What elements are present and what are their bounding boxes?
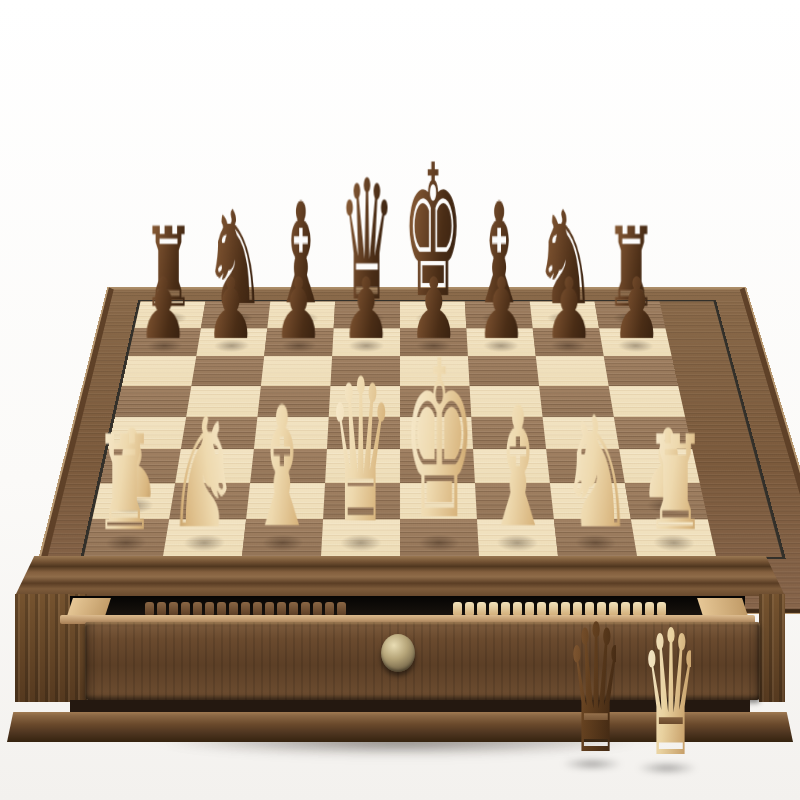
square-h1[interactable]: ♜ bbox=[631, 519, 716, 557]
stored-piece bbox=[537, 602, 546, 615]
dark-pawn-h7[interactable]: ♟ bbox=[612, 267, 662, 351]
stored-piece bbox=[501, 602, 510, 615]
dark-pawn-a7[interactable]: ♟ bbox=[138, 267, 188, 351]
case-right-post bbox=[759, 594, 785, 702]
stored-piece bbox=[241, 602, 250, 615]
dark-pawn-g7[interactable]: ♟ bbox=[544, 267, 594, 351]
stored-piece bbox=[205, 602, 214, 615]
stored-piece bbox=[145, 602, 154, 615]
drawer-runner-right bbox=[697, 598, 748, 616]
drawer-runner-left bbox=[67, 598, 111, 616]
light-king-e1[interactable]: ♚ bbox=[403, 333, 475, 550]
stored-piece bbox=[453, 602, 462, 615]
dark-pawn-f7[interactable]: ♟ bbox=[477, 267, 527, 351]
spare-dark-queen[interactable]: ♛ bbox=[566, 610, 616, 770]
chess-board[interactable]: ♜♞♝♛♚♝♞♜♟♟♟♟♟♟♟♟♟♟♜♞♝♛♚♝♞♜ bbox=[84, 301, 782, 557]
stored-piece bbox=[277, 602, 286, 615]
light-bishop-f1[interactable]: ♝ bbox=[485, 385, 551, 550]
spare-light-queen[interactable]: ♛ bbox=[641, 616, 691, 773]
square-b7[interactable]: ♟ bbox=[196, 328, 267, 356]
stored-piece bbox=[301, 602, 310, 615]
stored-piece bbox=[193, 602, 202, 615]
square-a7[interactable]: ♟ bbox=[128, 328, 201, 356]
drawer-knob[interactable] bbox=[381, 634, 415, 672]
stored-piece bbox=[313, 602, 322, 615]
stored-dark-pieces bbox=[145, 602, 346, 615]
stored-piece bbox=[229, 602, 238, 615]
product-photo: ♜♞♝♛♚♝♞♜♟♟♟♟♟♟♟♟♟♟♜♞♝♛♚♝♞♜ ♛ ♛ bbox=[0, 0, 800, 800]
light-bishop-c1[interactable]: ♝ bbox=[249, 385, 315, 550]
square-h7[interactable]: ♟ bbox=[599, 328, 672, 356]
stored-piece bbox=[169, 602, 178, 615]
stored-piece bbox=[549, 602, 558, 615]
light-knight-g1[interactable]: ♞ bbox=[560, 397, 633, 551]
stored-piece bbox=[477, 602, 486, 615]
stored-piece bbox=[217, 602, 226, 615]
square-a1[interactable]: ♜ bbox=[84, 519, 169, 557]
stored-piece bbox=[157, 602, 166, 615]
case-top-molding bbox=[15, 556, 785, 596]
dark-pawn-b7[interactable]: ♟ bbox=[206, 267, 256, 351]
square-h6[interactable] bbox=[604, 356, 678, 385]
board-inlay-line: ♜♞♝♛♚♝♞♜♟♟♟♟♟♟♟♟♟♟♜♞♝♛♚♝♞♜ bbox=[80, 300, 786, 558]
light-queen-d1[interactable]: ♛ bbox=[328, 352, 393, 550]
stored-piece bbox=[253, 602, 262, 615]
square-f1[interactable]: ♝ bbox=[477, 519, 558, 557]
stored-piece bbox=[525, 602, 534, 615]
square-g7[interactable]: ♟ bbox=[533, 328, 604, 356]
stored-piece bbox=[181, 602, 190, 615]
stored-piece bbox=[337, 602, 346, 615]
square-g1[interactable]: ♞ bbox=[554, 519, 637, 557]
square-c7[interactable]: ♟ bbox=[264, 328, 333, 356]
square-a6[interactable] bbox=[122, 356, 196, 385]
light-rook-a1[interactable]: ♜ bbox=[94, 419, 155, 550]
stored-piece bbox=[513, 602, 522, 615]
square-f7[interactable]: ♟ bbox=[466, 328, 535, 356]
square-c1[interactable]: ♝ bbox=[242, 519, 323, 557]
stored-piece bbox=[289, 602, 298, 615]
stored-piece bbox=[465, 602, 474, 615]
square-b1[interactable]: ♞ bbox=[163, 519, 246, 557]
stored-piece bbox=[325, 602, 334, 615]
dark-pawn-c7[interactable]: ♟ bbox=[274, 267, 324, 351]
stored-piece bbox=[265, 602, 274, 615]
stored-light-pieces bbox=[453, 602, 666, 615]
light-knight-b1[interactable]: ♞ bbox=[167, 397, 240, 551]
square-e1[interactable]: ♚ bbox=[400, 519, 479, 557]
stored-piece bbox=[489, 602, 498, 615]
square-d1[interactable]: ♛ bbox=[321, 519, 400, 557]
light-rook-h1[interactable]: ♜ bbox=[645, 419, 706, 550]
